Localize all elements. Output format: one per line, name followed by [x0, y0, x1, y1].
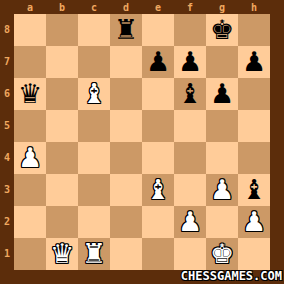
square-a8 — [14, 14, 46, 46]
square-e3: ♝ — [142, 174, 174, 206]
square-c7 — [78, 46, 110, 78]
file-label-e: e — [142, 1, 174, 14]
square-g1: ♚ — [206, 238, 238, 270]
white-rook-c1: ♜ — [78, 238, 110, 270]
square-b2 — [46, 206, 78, 238]
square-c6: ♝ — [78, 78, 110, 110]
square-d5 — [110, 110, 142, 142]
square-c2 — [78, 206, 110, 238]
black-rook-d8: ♜ — [110, 14, 142, 46]
square-b8 — [46, 14, 78, 46]
square-c3 — [78, 174, 110, 206]
square-e8 — [142, 14, 174, 46]
square-e5 — [142, 110, 174, 142]
square-f7: ♟ — [174, 46, 206, 78]
square-f6: ♝ — [174, 78, 206, 110]
rank-label-1: 1 — [0, 238, 14, 270]
rank-label-3: 3 — [0, 174, 14, 206]
square-b7 — [46, 46, 78, 78]
square-f1 — [174, 238, 206, 270]
rank-label-8: 8 — [0, 14, 14, 46]
square-e4 — [142, 142, 174, 174]
square-f5 — [174, 110, 206, 142]
square-a5 — [14, 110, 46, 142]
square-d6 — [110, 78, 142, 110]
black-pawn-g6: ♟ — [206, 78, 238, 110]
black-king-g8: ♚ — [206, 14, 238, 46]
white-pawn-h2: ♟ — [238, 206, 270, 238]
file-label-h: h — [238, 1, 270, 14]
square-a2 — [14, 206, 46, 238]
square-h8 — [238, 14, 270, 46]
white-king-g1: ♚ — [206, 238, 238, 270]
white-bishop-e3: ♝ — [142, 174, 174, 206]
square-d1 — [110, 238, 142, 270]
black-pawn-h7: ♟ — [238, 46, 270, 78]
square-h3: ♝ — [238, 174, 270, 206]
rank-label-4: 4 — [0, 142, 14, 174]
white-queen-b1: ♛ — [46, 238, 78, 270]
black-queen-a6: ♛ — [14, 78, 46, 110]
square-c4 — [78, 142, 110, 174]
white-pawn-g3: ♟ — [206, 174, 238, 206]
site-credit-text: CHESSGAMES.COM — [181, 269, 282, 283]
square-a6: ♛ — [14, 78, 46, 110]
square-h7: ♟ — [238, 46, 270, 78]
square-d8: ♜ — [110, 14, 142, 46]
square-g4 — [206, 142, 238, 174]
square-g8: ♚ — [206, 14, 238, 46]
chess-board: ♜♚♟♟♟♛♝♝♟♟♝♟♝♟♟♛♜♚ — [14, 14, 270, 270]
square-g5 — [206, 110, 238, 142]
square-c1: ♜ — [78, 238, 110, 270]
square-e1 — [142, 238, 174, 270]
square-g3: ♟ — [206, 174, 238, 206]
square-d7 — [110, 46, 142, 78]
rank-label-6: 6 — [0, 78, 14, 110]
square-g7 — [206, 46, 238, 78]
rank-label-5: 5 — [0, 110, 14, 142]
black-bishop-f6: ♝ — [174, 78, 206, 110]
square-e7: ♟ — [142, 46, 174, 78]
square-d3 — [110, 174, 142, 206]
white-pawn-a4: ♟ — [14, 142, 46, 174]
rank-label-2: 2 — [0, 206, 14, 238]
file-label-g: g — [206, 1, 238, 14]
square-f4 — [174, 142, 206, 174]
white-bishop-c6: ♝ — [78, 78, 110, 110]
square-a1 — [14, 238, 46, 270]
file-label-c: c — [78, 1, 110, 14]
square-g2 — [206, 206, 238, 238]
square-e2 — [142, 206, 174, 238]
square-b5 — [46, 110, 78, 142]
square-b6 — [46, 78, 78, 110]
chess-diagram: abcdefgh 87654321 ♜♚♟♟♟♛♝♝♟♟♝♟♝♟♟♛♜♚ CHE… — [0, 0, 284, 284]
square-f2: ♟ — [174, 206, 206, 238]
square-h5 — [238, 110, 270, 142]
square-f3 — [174, 174, 206, 206]
square-h4 — [238, 142, 270, 174]
square-c5 — [78, 110, 110, 142]
file-label-a: a — [14, 1, 46, 14]
square-f8 — [174, 14, 206, 46]
black-bishop-h3: ♝ — [238, 174, 270, 206]
square-b1: ♛ — [46, 238, 78, 270]
black-pawn-e7: ♟ — [142, 46, 174, 78]
square-a7 — [14, 46, 46, 78]
file-label-b: b — [46, 1, 78, 14]
square-c8 — [78, 14, 110, 46]
square-h1 — [238, 238, 270, 270]
square-h2: ♟ — [238, 206, 270, 238]
file-label-f: f — [174, 1, 206, 14]
square-a3 — [14, 174, 46, 206]
square-d4 — [110, 142, 142, 174]
rank-label-7: 7 — [0, 46, 14, 78]
square-d2 — [110, 206, 142, 238]
square-e6 — [142, 78, 174, 110]
square-b3 — [46, 174, 78, 206]
square-h6 — [238, 78, 270, 110]
white-pawn-f2: ♟ — [174, 206, 206, 238]
square-g6: ♟ — [206, 78, 238, 110]
file-label-d: d — [110, 1, 142, 14]
square-b4 — [46, 142, 78, 174]
square-a4: ♟ — [14, 142, 46, 174]
black-pawn-f7: ♟ — [174, 46, 206, 78]
